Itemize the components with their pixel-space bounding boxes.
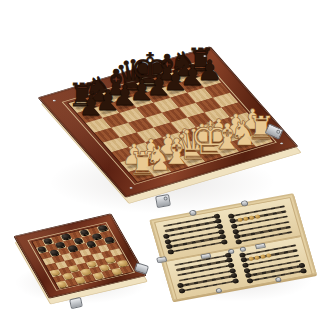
backgammon-checker-dark [246, 278, 253, 284]
backgammon-quadrant-top-right [229, 204, 295, 243]
backgammon-checker-dark [167, 249, 174, 255]
backgammon-checker-dark [228, 263, 235, 269]
backgammon-checker-dark [178, 288, 185, 294]
backgammon-checker-dark [216, 224, 223, 230]
backgammon-case-tilt [149, 193, 317, 301]
backgammon-case [149, 193, 317, 301]
backgammon-view [0, 0, 320, 320]
backgammon-checker-dark [242, 262, 249, 268]
backgammon-checker-gold [243, 216, 249, 221]
backgammon-checker-gold [248, 256, 254, 261]
backgammon-checker-gold [260, 254, 266, 259]
backgammon-quadrant-top-left [161, 214, 227, 256]
backgammon-quadrant-bottom-right [240, 243, 306, 282]
product-photo: ♜♞♝♛♚♝♞♜♟♟♟♟♟♟♟♟♟♟♟♟♟♟♟♟♜♞♝♛♚♝♞♜ [0, 0, 320, 320]
backgammon-checker-gold [237, 217, 243, 222]
backgammon-checker-dark [232, 278, 239, 284]
backgammon-checker-gold [266, 253, 272, 258]
backgammon-quadrant-bottom-left [172, 253, 238, 295]
backgammon-checker-gold [254, 255, 260, 260]
backgammon-checker-dark [235, 239, 242, 245]
backgammon-checker-dark [300, 268, 307, 274]
foot-knob-icon [215, 288, 222, 294]
backgammon-checker-dark [221, 239, 228, 245]
backgammon-checker-gold [255, 214, 261, 219]
backgammon-checker-gold [249, 215, 255, 220]
